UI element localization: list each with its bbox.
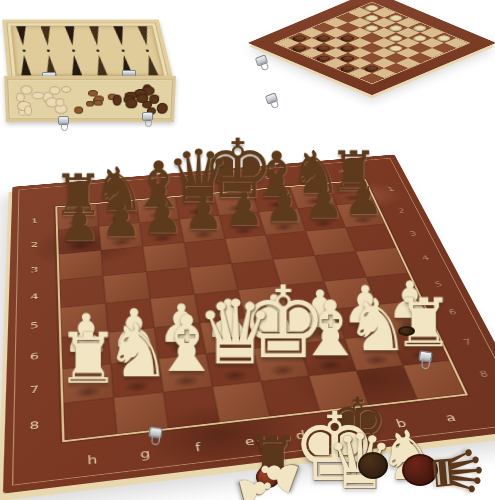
coordinate-label: 3 <box>30 265 38 273</box>
coordinate-label: f <box>152 184 156 189</box>
light-rook: ♜ <box>57 324 120 394</box>
coordinate-label: 1 <box>31 217 39 224</box>
metal-clasp-icon <box>148 426 163 439</box>
dark-pawn: ♟ <box>142 194 183 240</box>
dark-pawn: ♟ <box>304 180 344 225</box>
coordinate-label: d <box>226 177 233 183</box>
dark-pawn: ♟ <box>224 187 265 233</box>
coordinate-label: g <box>112 187 119 193</box>
coordinate-label: h <box>73 190 80 196</box>
dark-pawn: ♟ <box>101 198 142 244</box>
main-chess-board: 1234567812345678hgfedcbahgfedcba ♜♞♝♛♚♝♞… <box>3 155 495 494</box>
coordinate-label: e <box>188 181 195 187</box>
coordinate-label: 2 <box>31 240 39 248</box>
main-board-scene: 1234567812345678hgfedcbahgfedcba ♜♞♝♛♚♝♞… <box>0 0 495 500</box>
dark-pawn: ♟ <box>59 201 101 247</box>
dark-pawn: ♟ <box>343 177 383 222</box>
product-photo-chess-set: { "game": "chess (3-in-1 wooden folding … <box>0 0 495 500</box>
dark-pawn: ♟ <box>264 184 305 229</box>
metal-clasp-icon <box>418 350 433 363</box>
dark-pawn: ♟ <box>183 191 224 237</box>
main-board-pieces: ♜♞♝♛♚♝♞♜♟♟♟♟♟♟♟♟♟♟♟♟♟♟♟♟♜♞♝♛♚♝♞♜ <box>3 155 495 494</box>
